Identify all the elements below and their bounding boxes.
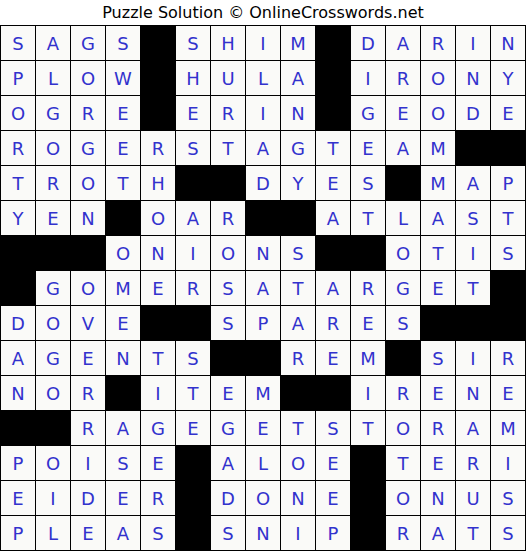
- letter-cell: A: [246, 271, 280, 305]
- letter-cell: A: [106, 516, 140, 550]
- letter-cell: P: [491, 166, 525, 200]
- letter-cell: R: [386, 61, 420, 95]
- letter-cell: L: [36, 61, 70, 95]
- letter-cell: N: [246, 236, 280, 270]
- letter-cell: O: [386, 411, 420, 445]
- letter-cell: A: [386, 26, 420, 60]
- letter-cell: P: [1, 61, 35, 95]
- letter-cell: I: [491, 446, 525, 480]
- letter-cell: S: [491, 516, 525, 550]
- letter-cell: T: [141, 341, 175, 375]
- letter-cell: A: [421, 201, 455, 235]
- letter-cell: L: [36, 516, 70, 550]
- letter-cell: G: [36, 341, 70, 375]
- letter-cell: S: [176, 341, 210, 375]
- letter-cell: T: [281, 411, 315, 445]
- black-cell: [281, 201, 315, 235]
- letter-cell: R: [281, 341, 315, 375]
- letter-cell: M: [421, 166, 455, 200]
- letter-cell: D: [456, 96, 490, 130]
- letter-cell: R: [211, 201, 245, 235]
- letter-cell: A: [316, 271, 350, 305]
- letter-cell: A: [386, 131, 420, 165]
- letter-cell: A: [246, 131, 280, 165]
- letter-cell: A: [421, 516, 455, 550]
- black-cell: [211, 341, 245, 375]
- letter-cell: O: [421, 61, 455, 95]
- letter-cell: O: [386, 236, 420, 270]
- black-cell: [246, 341, 280, 375]
- black-cell: [351, 446, 385, 480]
- letter-cell: S: [106, 446, 140, 480]
- letter-cell: S: [211, 271, 245, 305]
- letter-cell: A: [176, 201, 210, 235]
- letter-cell: O: [36, 306, 70, 340]
- page: Puzzle Solution © OnlineCrosswords.net S…: [0, 0, 526, 551]
- letter-cell: T: [316, 131, 350, 165]
- letter-cell: D: [351, 26, 385, 60]
- black-cell: [141, 61, 175, 95]
- letter-cell: S: [211, 306, 245, 340]
- page-title: Puzzle Solution © OnlineCrosswords.net: [0, 0, 526, 25]
- letter-cell: I: [71, 446, 105, 480]
- letter-cell: G: [71, 131, 105, 165]
- letter-cell: I: [351, 61, 385, 95]
- black-cell: [316, 376, 350, 410]
- letter-cell: T: [106, 166, 140, 200]
- letter-cell: E: [491, 96, 525, 130]
- letter-cell: E: [246, 411, 280, 445]
- letter-cell: O: [141, 201, 175, 235]
- black-cell: [456, 131, 490, 165]
- black-cell: [36, 411, 70, 445]
- letter-cell: P: [316, 516, 350, 550]
- letter-cell: A: [456, 411, 490, 445]
- letter-cell: D: [211, 481, 245, 515]
- black-cell: [176, 481, 210, 515]
- letter-cell: N: [281, 481, 315, 515]
- letter-cell: T: [421, 236, 455, 270]
- letter-cell: E: [316, 446, 350, 480]
- letter-cell: U: [456, 481, 490, 515]
- letter-cell: O: [36, 446, 70, 480]
- letter-cell: S: [421, 341, 455, 375]
- black-cell: [176, 446, 210, 480]
- letter-cell: L: [386, 201, 420, 235]
- letter-cell: S: [386, 306, 420, 340]
- letter-cell: O: [71, 271, 105, 305]
- letter-cell: A: [316, 201, 350, 235]
- letter-cell: I: [281, 516, 315, 550]
- letter-cell: P: [1, 516, 35, 550]
- letter-cell: R: [386, 376, 420, 410]
- letter-cell: E: [316, 341, 350, 375]
- black-cell: [491, 131, 525, 165]
- letter-cell: E: [106, 306, 140, 340]
- black-cell: [211, 166, 245, 200]
- letter-cell: M: [106, 271, 140, 305]
- letter-cell: R: [141, 131, 175, 165]
- black-cell: [106, 376, 140, 410]
- letter-cell: I: [246, 96, 280, 130]
- letter-cell: R: [421, 26, 455, 60]
- letter-cell: E: [316, 481, 350, 515]
- black-cell: [316, 61, 350, 95]
- letter-cell: I: [456, 26, 490, 60]
- letter-cell: R: [351, 271, 385, 305]
- black-cell: [176, 166, 210, 200]
- letter-cell: G: [281, 131, 315, 165]
- letter-cell: O: [71, 61, 105, 95]
- black-cell: [386, 166, 420, 200]
- letter-cell: I: [36, 481, 70, 515]
- letter-cell: N: [246, 516, 280, 550]
- letter-cell: E: [176, 411, 210, 445]
- letter-cell: I: [246, 26, 280, 60]
- letter-cell: M: [491, 411, 525, 445]
- letter-cell: M: [281, 26, 315, 60]
- letter-cell: D: [1, 306, 35, 340]
- letter-cell: E: [106, 481, 140, 515]
- letter-cell: E: [351, 306, 385, 340]
- black-cell: [141, 26, 175, 60]
- letter-cell: G: [141, 411, 175, 445]
- letter-cell: E: [421, 376, 455, 410]
- letter-cell: E: [386, 96, 420, 130]
- letter-cell: R: [456, 446, 490, 480]
- letter-cell: S: [106, 26, 140, 60]
- letter-cell: N: [106, 341, 140, 375]
- letter-cell: E: [106, 96, 140, 130]
- letter-cell: Y: [491, 61, 525, 95]
- black-cell: [491, 306, 525, 340]
- black-cell: [351, 481, 385, 515]
- letter-cell: R: [36, 166, 70, 200]
- letter-cell: G: [71, 26, 105, 60]
- letter-cell: A: [456, 166, 490, 200]
- letter-cell: O: [1, 96, 35, 130]
- letter-cell: N: [456, 376, 490, 410]
- letter-cell: T: [1, 166, 35, 200]
- letter-cell: E: [316, 166, 350, 200]
- letter-cell: E: [106, 131, 140, 165]
- letter-cell: N: [456, 61, 490, 95]
- letter-cell: S: [1, 26, 35, 60]
- letter-cell: W: [106, 61, 140, 95]
- black-cell: [1, 411, 35, 445]
- letter-cell: S: [176, 131, 210, 165]
- letter-cell: S: [491, 236, 525, 270]
- black-cell: [106, 201, 140, 235]
- letter-cell: S: [211, 516, 245, 550]
- letter-cell: G: [36, 96, 70, 130]
- black-cell: [316, 96, 350, 130]
- letter-cell: N: [71, 201, 105, 235]
- black-cell: [141, 306, 175, 340]
- letter-cell: R: [1, 131, 35, 165]
- letter-cell: G: [386, 271, 420, 305]
- letter-cell: N: [141, 236, 175, 270]
- letter-cell: O: [246, 481, 280, 515]
- black-cell: [246, 201, 280, 235]
- letter-cell: E: [71, 516, 105, 550]
- black-cell: [351, 516, 385, 550]
- letter-cell: R: [421, 411, 455, 445]
- letter-cell: M: [421, 131, 455, 165]
- letter-cell: Y: [1, 201, 35, 235]
- letter-cell: R: [386, 516, 420, 550]
- black-cell: [281, 376, 315, 410]
- letter-cell: S: [176, 26, 210, 60]
- black-cell: [351, 236, 385, 270]
- letter-cell: T: [456, 271, 490, 305]
- black-cell: [1, 271, 35, 305]
- letter-cell: T: [491, 201, 525, 235]
- black-cell: [491, 271, 525, 305]
- letter-cell: S: [491, 481, 525, 515]
- letter-cell: R: [141, 481, 175, 515]
- letter-cell: O: [36, 131, 70, 165]
- letter-cell: R: [71, 376, 105, 410]
- letter-cell: G: [211, 411, 245, 445]
- letter-cell: I: [176, 236, 210, 270]
- letter-cell: R: [316, 306, 350, 340]
- letter-cell: S: [316, 411, 350, 445]
- crossword-grid: SAGSSHIMDARINPLOWHULAIRONYOGREERINGEODER…: [0, 25, 526, 551]
- letter-cell: O: [36, 376, 70, 410]
- letter-cell: E: [71, 341, 105, 375]
- letter-cell: P: [246, 306, 280, 340]
- letter-cell: E: [211, 376, 245, 410]
- letter-cell: R: [176, 271, 210, 305]
- letter-cell: I: [456, 236, 490, 270]
- letter-cell: Y: [281, 166, 315, 200]
- letter-cell: E: [491, 376, 525, 410]
- letter-cell: R: [491, 341, 525, 375]
- letter-cell: N: [491, 26, 525, 60]
- black-cell: [141, 96, 175, 130]
- letter-cell: S: [141, 516, 175, 550]
- letter-cell: O: [71, 166, 105, 200]
- letter-cell: T: [211, 131, 245, 165]
- letter-cell: P: [1, 446, 35, 480]
- black-cell: [386, 341, 420, 375]
- letter-cell: A: [281, 61, 315, 95]
- letter-cell: S: [456, 201, 490, 235]
- letter-cell: S: [281, 236, 315, 270]
- letter-cell: D: [71, 481, 105, 515]
- letter-cell: T: [351, 411, 385, 445]
- letter-cell: E: [421, 446, 455, 480]
- letter-cell: O: [386, 481, 420, 515]
- letter-cell: T: [456, 516, 490, 550]
- letter-cell: O: [281, 446, 315, 480]
- letter-cell: O: [421, 96, 455, 130]
- black-cell: [316, 26, 350, 60]
- black-cell: [1, 236, 35, 270]
- letter-cell: R: [211, 96, 245, 130]
- letter-cell: L: [246, 61, 280, 95]
- letter-cell: A: [281, 306, 315, 340]
- letter-cell: H: [141, 166, 175, 200]
- letter-cell: N: [1, 376, 35, 410]
- letter-cell: E: [141, 271, 175, 305]
- letter-cell: U: [211, 61, 245, 95]
- letter-cell: T: [351, 201, 385, 235]
- letter-cell: D: [246, 166, 280, 200]
- letter-cell: G: [351, 96, 385, 130]
- letter-cell: S: [351, 166, 385, 200]
- letter-cell: E: [421, 271, 455, 305]
- letter-cell: I: [141, 376, 175, 410]
- letter-cell: L: [246, 446, 280, 480]
- letter-cell: R: [71, 411, 105, 445]
- letter-cell: T: [176, 376, 210, 410]
- letter-cell: O: [106, 236, 140, 270]
- letter-cell: A: [106, 411, 140, 445]
- letter-cell: E: [351, 131, 385, 165]
- letter-cell: N: [421, 481, 455, 515]
- letter-cell: E: [176, 96, 210, 130]
- letter-cell: A: [36, 26, 70, 60]
- letter-cell: R: [71, 96, 105, 130]
- black-cell: [176, 516, 210, 550]
- letter-cell: E: [141, 446, 175, 480]
- letter-cell: G: [36, 271, 70, 305]
- letter-cell: N: [281, 96, 315, 130]
- letter-cell: H: [176, 61, 210, 95]
- letter-cell: T: [281, 271, 315, 305]
- letter-cell: M: [246, 376, 280, 410]
- black-cell: [316, 236, 350, 270]
- black-cell: [421, 306, 455, 340]
- black-cell: [456, 306, 490, 340]
- letter-cell: I: [456, 341, 490, 375]
- letter-cell: H: [211, 26, 245, 60]
- letter-cell: O: [211, 236, 245, 270]
- black-cell: [36, 236, 70, 270]
- black-cell: [176, 306, 210, 340]
- letter-cell: E: [36, 201, 70, 235]
- letter-cell: A: [1, 341, 35, 375]
- letter-cell: I: [351, 376, 385, 410]
- black-cell: [71, 236, 105, 270]
- letter-cell: T: [386, 446, 420, 480]
- letter-cell: E: [1, 481, 35, 515]
- letter-cell: V: [71, 306, 105, 340]
- letter-cell: A: [211, 446, 245, 480]
- letter-cell: M: [351, 341, 385, 375]
